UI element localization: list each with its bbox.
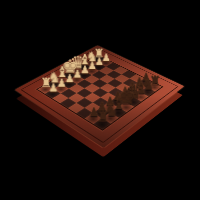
piece-dark-rook: ♜ <box>91 99 113 124</box>
scene: ♜♞♝♚♛♝♞♜♟♟♟♟♟♟♟♟♟♟♟♟♟♟♟♟♜♞♝♚♛♝♞♜ <box>0 0 200 200</box>
board-surface: ♜♞♝♚♛♝♞♜♟♟♟♟♟♟♟♟♟♟♟♟♟♟♟♟♜♞♝♚♛♝♞♜ <box>15 45 185 148</box>
chess-board: ♜♞♝♚♛♝♞♜♟♟♟♟♟♟♟♟♟♟♟♟♟♟♟♟♜♞♝♚♛♝♞♜ <box>15 45 185 148</box>
piece-light-pawn: ♟ <box>43 71 63 93</box>
